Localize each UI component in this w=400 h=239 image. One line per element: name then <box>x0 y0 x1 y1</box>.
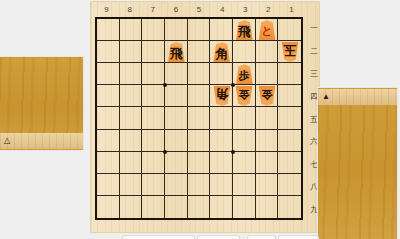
shogi-board: 987654321 一二三四五六七八九 飛と飛角玉歩角金金 <box>91 2 319 232</box>
board-cell[interactable] <box>165 19 188 41</box>
board-cell[interactable] <box>233 41 256 63</box>
toolbar-button-cropped[interactable] <box>197 235 240 239</box>
file-label: 1 <box>289 5 293 14</box>
file-label: 6 <box>174 5 178 14</box>
board-cell[interactable] <box>165 130 188 152</box>
board-cell[interactable] <box>142 107 165 129</box>
rank-label: 七 <box>310 158 318 169</box>
rank-label: 八 <box>310 181 318 192</box>
piece-kanji: 角 <box>215 47 228 60</box>
board-cell[interactable] <box>278 19 301 41</box>
rank-label: 六 <box>310 136 318 147</box>
rank-label: 四 <box>310 90 318 101</box>
board-cell[interactable] <box>233 196 256 218</box>
gote-marker-icon: △ <box>4 137 10 145</box>
board-cell[interactable] <box>188 196 211 218</box>
shogi-app: △ 987654321 一二三四五六七八九 飛と飛角玉歩角金金 ▲ <box>0 0 400 239</box>
board-cell[interactable] <box>142 63 165 85</box>
board-cell[interactable] <box>256 174 279 196</box>
board-cell[interactable] <box>278 63 301 85</box>
board-cell[interactable] <box>233 130 256 152</box>
star-point <box>231 83 235 87</box>
star-point <box>163 83 167 87</box>
board-cell[interactable] <box>165 85 188 107</box>
board-cell[interactable] <box>165 196 188 218</box>
board-cell[interactable] <box>188 19 211 41</box>
rank-label: 五 <box>310 113 318 124</box>
board-cell[interactable] <box>97 196 120 218</box>
piece-kanji: と <box>261 26 272 37</box>
file-label: 4 <box>220 5 224 14</box>
file-label: 2 <box>266 5 270 14</box>
board-cell[interactable] <box>142 174 165 196</box>
board-cell[interactable] <box>210 152 233 174</box>
board-cell[interactable] <box>278 196 301 218</box>
piece-kanji: 金 <box>239 90 250 101</box>
board-cell[interactable] <box>256 130 279 152</box>
board-cell[interactable] <box>97 130 120 152</box>
rank-label: 一 <box>310 23 318 34</box>
board-cell[interactable] <box>165 107 188 129</box>
board-cell[interactable] <box>142 196 165 218</box>
rank-label: 二 <box>310 45 318 56</box>
board-cell[interactable] <box>233 174 256 196</box>
toolbar-button-cropped[interactable] <box>278 235 319 239</box>
file-label: 7 <box>151 5 155 14</box>
board-cell[interactable] <box>120 196 143 218</box>
board-cell[interactable] <box>120 85 143 107</box>
rank-label: 九 <box>310 203 318 214</box>
piece-kanji: 角 <box>215 89 228 102</box>
board-cell[interactable] <box>188 130 211 152</box>
toolbar-button-cropped[interactable] <box>247 235 276 239</box>
piece-kanji: 飛 <box>238 25 251 38</box>
board-cell[interactable] <box>97 41 120 63</box>
piece-kanji: 玉 <box>283 45 296 58</box>
file-label: 9 <box>104 5 108 14</box>
board-cell[interactable] <box>188 152 211 174</box>
gote-piece-stand: △ <box>0 57 83 150</box>
sente-marker-icon: ▲ <box>322 93 330 101</box>
board-cell[interactable] <box>256 41 279 63</box>
board-cell[interactable] <box>278 152 301 174</box>
board-cell[interactable] <box>165 63 188 85</box>
star-point <box>231 150 235 154</box>
board-cell[interactable] <box>210 196 233 218</box>
board-cell[interactable] <box>278 130 301 152</box>
board-cell[interactable] <box>210 63 233 85</box>
piece-kanji: 金 <box>262 90 273 101</box>
board-cell[interactable] <box>120 41 143 63</box>
board-cell[interactable] <box>97 19 120 41</box>
board-cell[interactable] <box>97 85 120 107</box>
file-label: 3 <box>243 5 247 14</box>
board-cell[interactable] <box>188 174 211 196</box>
board-cell[interactable] <box>120 107 143 129</box>
board-cell[interactable] <box>188 85 211 107</box>
board-cell[interactable] <box>278 174 301 196</box>
board-cell[interactable] <box>142 19 165 41</box>
piece-kanji: 飛 <box>170 47 183 60</box>
board-cell[interactable] <box>210 174 233 196</box>
board-cell[interactable] <box>256 196 279 218</box>
board-cell[interactable] <box>142 130 165 152</box>
board-cell[interactable] <box>256 152 279 174</box>
sente-stand-tray: ▲ <box>318 89 397 105</box>
board-cell[interactable] <box>120 130 143 152</box>
board-cell[interactable] <box>120 174 143 196</box>
board-cell[interactable] <box>188 107 211 129</box>
board-cell[interactable] <box>165 174 188 196</box>
board-cell[interactable] <box>142 152 165 174</box>
board-cell[interactable] <box>210 107 233 129</box>
board-cell[interactable] <box>97 63 120 85</box>
board-cell[interactable] <box>97 152 120 174</box>
board-cell[interactable] <box>120 152 143 174</box>
board-cell[interactable] <box>210 19 233 41</box>
board-cell[interactable] <box>97 174 120 196</box>
board-cell[interactable] <box>142 41 165 63</box>
board-cell[interactable] <box>210 130 233 152</box>
board-cell[interactable] <box>256 63 279 85</box>
board-grid[interactable]: 飛と飛角玉歩角金金 <box>95 17 303 220</box>
board-cell[interactable] <box>256 107 279 129</box>
gote-stand-tray: △ <box>0 133 83 149</box>
file-label: 5 <box>197 5 201 14</box>
board-cell[interactable] <box>233 107 256 129</box>
sente-piece-stand: ▲ <box>318 88 397 239</box>
toolbar-button-cropped[interactable] <box>122 235 195 239</box>
board-cell[interactable] <box>165 152 188 174</box>
board-cell[interactable] <box>120 19 143 41</box>
board-cell[interactable] <box>120 63 143 85</box>
board-cell[interactable] <box>188 41 211 63</box>
piece-kanji: 歩 <box>239 70 250 81</box>
board-cell[interactable] <box>97 107 120 129</box>
board-cell[interactable] <box>278 85 301 107</box>
file-label: 8 <box>127 5 131 14</box>
board-cell[interactable] <box>233 152 256 174</box>
board-cell[interactable] <box>278 107 301 129</box>
board-cell[interactable] <box>142 85 165 107</box>
board-cell[interactable] <box>188 63 211 85</box>
rank-label: 三 <box>310 68 318 79</box>
star-point <box>163 150 167 154</box>
